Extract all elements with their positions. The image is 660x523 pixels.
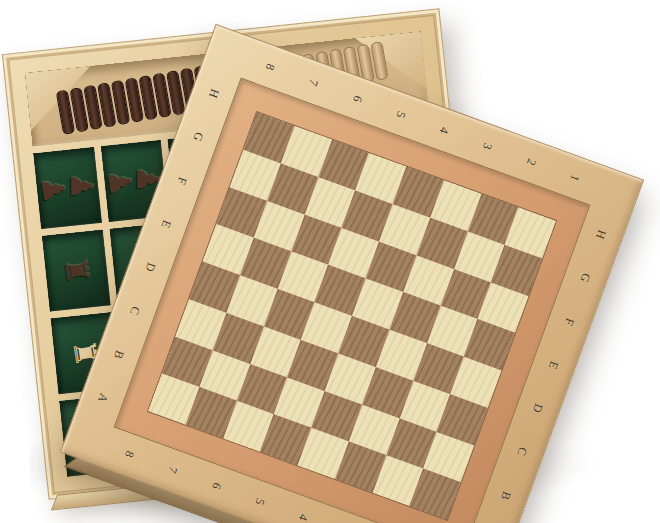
compartment-cell: ♜ xyxy=(42,230,110,312)
chess-piece-dark: ♟ xyxy=(65,173,95,200)
chess-grid xyxy=(148,112,556,520)
product-photo-scene: ♟♟♟♟♟♟♟♜♞♟♜♟♟♟♟♟ 87654321 87654321 HGFED… xyxy=(0,0,660,523)
compartment-cell: ♟♟ xyxy=(33,147,101,229)
chess-piece-dark: ♜ xyxy=(59,255,93,286)
